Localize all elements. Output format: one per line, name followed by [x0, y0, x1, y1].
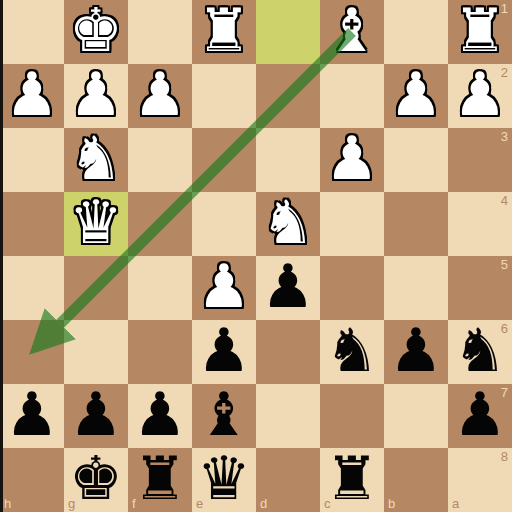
- square-g5[interactable]: [64, 256, 128, 320]
- square-b2[interactable]: ♟: [384, 64, 448, 128]
- white-pawn[interactable]: ♟: [453, 64, 507, 124]
- square-a3[interactable]: 3: [448, 128, 512, 192]
- rank-label-5: 5: [501, 258, 508, 271]
- square-f1[interactable]: [128, 0, 192, 64]
- white-pawn[interactable]: ♟: [389, 64, 443, 124]
- white-rook[interactable]: ♜: [453, 0, 507, 60]
- square-e2[interactable]: [192, 64, 256, 128]
- square-e4[interactable]: [192, 192, 256, 256]
- square-e5[interactable]: ♟: [192, 256, 256, 320]
- white-bishop[interactable]: ♝: [325, 0, 379, 60]
- square-h6[interactable]: [0, 320, 64, 384]
- square-e1[interactable]: ♜: [192, 0, 256, 64]
- square-g3[interactable]: ♞: [64, 128, 128, 192]
- file-label-b: b: [388, 497, 395, 510]
- square-h5[interactable]: [0, 256, 64, 320]
- file-label-f: f: [132, 497, 136, 510]
- white-knight[interactable]: ♞: [69, 128, 123, 188]
- black-pawn[interactable]: ♟: [389, 320, 443, 380]
- square-a8[interactable]: 8a: [448, 448, 512, 512]
- white-pawn[interactable]: ♟: [69, 64, 123, 124]
- square-g1[interactable]: ♚: [64, 0, 128, 64]
- chess-board: ♚♜♝♜1♟♟♟♟♟2♞♟3♛♞4♟♟5♟♞♟♞6♟♟♟♝♟7h♚g♜f♛ed♜…: [0, 0, 512, 512]
- square-d6[interactable]: [256, 320, 320, 384]
- square-h1[interactable]: [0, 0, 64, 64]
- square-f3[interactable]: [128, 128, 192, 192]
- rank-label-4: 4: [501, 194, 508, 207]
- rank-label-6: 6: [501, 322, 508, 335]
- white-pawn[interactable]: ♟: [133, 64, 187, 124]
- square-d7[interactable]: [256, 384, 320, 448]
- white-king[interactable]: ♚: [69, 0, 123, 60]
- black-bishop[interactable]: ♝: [197, 384, 251, 444]
- black-king[interactable]: ♚: [69, 448, 123, 508]
- square-c2[interactable]: [320, 64, 384, 128]
- left-edge-strip: [0, 0, 3, 512]
- black-rook[interactable]: ♜: [325, 448, 379, 508]
- black-queen[interactable]: ♛: [197, 448, 251, 508]
- square-e8[interactable]: ♛e: [192, 448, 256, 512]
- square-b3[interactable]: [384, 128, 448, 192]
- square-a5[interactable]: 5: [448, 256, 512, 320]
- square-b7[interactable]: [384, 384, 448, 448]
- square-a6[interactable]: ♞6: [448, 320, 512, 384]
- square-f7[interactable]: ♟: [128, 384, 192, 448]
- square-g2[interactable]: ♟: [64, 64, 128, 128]
- rank-label-1: 1: [501, 2, 508, 15]
- white-rook[interactable]: ♜: [197, 0, 251, 60]
- file-label-c: c: [324, 497, 331, 510]
- white-pawn[interactable]: ♟: [325, 128, 379, 188]
- square-f2[interactable]: ♟: [128, 64, 192, 128]
- square-c3[interactable]: ♟: [320, 128, 384, 192]
- file-label-d: d: [260, 497, 267, 510]
- black-pawn[interactable]: ♟: [133, 384, 187, 444]
- square-g7[interactable]: ♟: [64, 384, 128, 448]
- square-f8[interactable]: ♜f: [128, 448, 192, 512]
- square-d3[interactable]: [256, 128, 320, 192]
- black-knight[interactable]: ♞: [325, 320, 379, 380]
- file-label-e: e: [196, 497, 203, 510]
- square-a7[interactable]: ♟7: [448, 384, 512, 448]
- square-e7[interactable]: ♝: [192, 384, 256, 448]
- square-g8[interactable]: ♚g: [64, 448, 128, 512]
- square-f4[interactable]: [128, 192, 192, 256]
- square-e3[interactable]: [192, 128, 256, 192]
- black-pawn[interactable]: ♟: [69, 384, 123, 444]
- square-a1[interactable]: ♜1: [448, 0, 512, 64]
- rank-label-7: 7: [501, 386, 508, 399]
- rank-label-2: 2: [501, 66, 508, 79]
- black-pawn[interactable]: ♟: [261, 256, 315, 316]
- square-g6[interactable]: [64, 320, 128, 384]
- chess-board-wrap: ♚♜♝♜1♟♟♟♟♟2♞♟3♛♞4♟♟5♟♞♟♞6♟♟♟♝♟7h♚g♜f♛ed♜…: [0, 0, 512, 512]
- white-knight[interactable]: ♞: [261, 192, 315, 252]
- square-d1[interactable]: [256, 0, 320, 64]
- square-h7[interactable]: ♟: [0, 384, 64, 448]
- black-knight[interactable]: ♞: [453, 320, 507, 380]
- black-pawn[interactable]: ♟: [453, 384, 507, 444]
- square-f6[interactable]: [128, 320, 192, 384]
- square-c6[interactable]: ♞: [320, 320, 384, 384]
- square-b1[interactable]: [384, 0, 448, 64]
- file-label-a: a: [452, 497, 459, 510]
- rank-label-8: 8: [501, 450, 508, 463]
- square-h8[interactable]: h: [0, 448, 64, 512]
- black-pawn[interactable]: ♟: [197, 320, 251, 380]
- square-c4[interactable]: [320, 192, 384, 256]
- black-pawn[interactable]: ♟: [5, 384, 59, 444]
- file-label-g: g: [68, 497, 75, 510]
- square-a4[interactable]: 4: [448, 192, 512, 256]
- square-c1[interactable]: ♝: [320, 0, 384, 64]
- square-e6[interactable]: ♟: [192, 320, 256, 384]
- square-b6[interactable]: ♟: [384, 320, 448, 384]
- square-d5[interactable]: ♟: [256, 256, 320, 320]
- square-b5[interactable]: [384, 256, 448, 320]
- square-h4[interactable]: [0, 192, 64, 256]
- white-queen[interactable]: ♛: [69, 192, 123, 252]
- rank-label-3: 3: [501, 130, 508, 143]
- square-h2[interactable]: ♟: [0, 64, 64, 128]
- white-pawn[interactable]: ♟: [197, 256, 251, 316]
- square-d2[interactable]: [256, 64, 320, 128]
- square-c5[interactable]: [320, 256, 384, 320]
- square-c8[interactable]: ♜c: [320, 448, 384, 512]
- square-b8[interactable]: b: [384, 448, 448, 512]
- black-rook[interactable]: ♜: [133, 448, 187, 508]
- square-f5[interactable]: [128, 256, 192, 320]
- square-h3[interactable]: [0, 128, 64, 192]
- square-c7[interactable]: [320, 384, 384, 448]
- square-g4[interactable]: ♛: [64, 192, 128, 256]
- file-label-h: h: [4, 497, 11, 510]
- square-b4[interactable]: [384, 192, 448, 256]
- square-a2[interactable]: ♟2: [448, 64, 512, 128]
- square-d4[interactable]: ♞: [256, 192, 320, 256]
- square-d8[interactable]: d: [256, 448, 320, 512]
- white-pawn[interactable]: ♟: [5, 64, 59, 124]
